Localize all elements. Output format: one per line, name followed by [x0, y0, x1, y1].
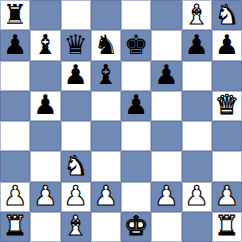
piece-black-pawn[interactable]: ♟	[124, 91, 148, 118]
piece-white-bishop[interactable]: ♝	[185, 1, 209, 28]
square-d1[interactable]	[91, 212, 121, 242]
square-h5[interactable]: ♛	[212, 91, 242, 121]
square-f4[interactable]	[151, 121, 181, 151]
square-b4[interactable]	[30, 121, 60, 151]
square-f2[interactable]: ♟	[151, 182, 181, 212]
square-a8[interactable]: ♜	[0, 0, 30, 30]
piece-black-pawn[interactable]: ♟	[154, 61, 178, 88]
square-b7[interactable]: ♝	[30, 30, 60, 60]
piece-black-queen[interactable]: ♛	[64, 31, 88, 58]
square-h1[interactable]: ♜	[212, 212, 242, 242]
square-c3[interactable]: ♞	[61, 151, 91, 181]
square-e8[interactable]	[121, 0, 151, 30]
piece-white-pawn[interactable]: ♟	[33, 182, 57, 209]
piece-black-pawn[interactable]: ♟	[3, 31, 27, 58]
square-e4[interactable]	[121, 121, 151, 151]
square-h8[interactable]: ♞	[212, 0, 242, 30]
square-f3[interactable]	[151, 151, 181, 181]
square-a6[interactable]	[0, 61, 30, 91]
square-g5[interactable]	[182, 91, 212, 121]
piece-white-pawn[interactable]: ♟	[154, 182, 178, 209]
piece-black-pawn[interactable]: ♟	[215, 31, 239, 58]
piece-black-knight[interactable]: ♞	[94, 31, 118, 58]
square-b1[interactable]	[30, 212, 60, 242]
piece-white-pawn[interactable]: ♟	[3, 182, 27, 209]
piece-white-bishop[interactable]: ♝	[64, 212, 88, 239]
square-d3[interactable]	[91, 151, 121, 181]
square-c7[interactable]: ♛	[61, 30, 91, 60]
square-c1[interactable]: ♝	[61, 212, 91, 242]
piece-black-pawn[interactable]: ♟	[185, 31, 209, 58]
square-g8[interactable]: ♝	[182, 0, 212, 30]
chess-board: ♜♝♞♟♝♛♞♚♟♟♟♝♟♟♟♛♞♟♟♟♟♟♟♟♜♝♚♜	[0, 0, 242, 242]
square-b2[interactable]: ♟	[30, 182, 60, 212]
square-g3[interactable]	[182, 151, 212, 181]
square-d2[interactable]: ♟	[91, 182, 121, 212]
square-a7[interactable]: ♟	[0, 30, 30, 60]
square-g7[interactable]: ♟	[182, 30, 212, 60]
square-b8[interactable]	[30, 0, 60, 30]
square-c5[interactable]	[61, 91, 91, 121]
square-f6[interactable]: ♟	[151, 61, 181, 91]
square-a5[interactable]	[0, 91, 30, 121]
square-e2[interactable]	[121, 182, 151, 212]
piece-white-pawn[interactable]: ♟	[64, 182, 88, 209]
piece-white-rook[interactable]: ♜	[3, 212, 27, 239]
square-a1[interactable]: ♜	[0, 212, 30, 242]
square-b5[interactable]: ♟	[30, 91, 60, 121]
piece-white-knight[interactable]: ♞	[64, 152, 88, 179]
square-f7[interactable]	[151, 30, 181, 60]
square-f8[interactable]	[151, 0, 181, 30]
square-e6[interactable]	[121, 61, 151, 91]
piece-black-bishop[interactable]: ♝	[33, 31, 57, 58]
square-a3[interactable]	[0, 151, 30, 181]
piece-white-pawn[interactable]: ♟	[215, 182, 239, 209]
piece-white-knight[interactable]: ♞	[215, 1, 239, 28]
piece-white-king[interactable]: ♚	[124, 212, 148, 239]
square-g1[interactable]	[182, 212, 212, 242]
square-d5[interactable]	[91, 91, 121, 121]
square-h7[interactable]: ♟	[212, 30, 242, 60]
square-h2[interactable]: ♟	[212, 182, 242, 212]
square-d7[interactable]: ♞	[91, 30, 121, 60]
piece-black-bishop[interactable]: ♝	[94, 61, 118, 88]
square-f1[interactable]	[151, 212, 181, 242]
square-g6[interactable]	[182, 61, 212, 91]
piece-black-rook[interactable]: ♜	[3, 1, 27, 28]
square-b6[interactable]	[30, 61, 60, 91]
piece-white-pawn[interactable]: ♟	[185, 182, 209, 209]
square-c6[interactable]: ♟	[61, 61, 91, 91]
square-h6[interactable]	[212, 61, 242, 91]
square-d6[interactable]: ♝	[91, 61, 121, 91]
square-e7[interactable]: ♚	[121, 30, 151, 60]
square-d4[interactable]	[91, 121, 121, 151]
square-h3[interactable]	[212, 151, 242, 181]
square-e1[interactable]: ♚	[121, 212, 151, 242]
square-e5[interactable]: ♟	[121, 91, 151, 121]
square-c8[interactable]	[61, 0, 91, 30]
piece-black-pawn[interactable]: ♟	[64, 61, 88, 88]
square-a2[interactable]: ♟	[0, 182, 30, 212]
piece-black-pawn[interactable]: ♟	[33, 91, 57, 118]
square-c2[interactable]: ♟	[61, 182, 91, 212]
square-f5[interactable]	[151, 91, 181, 121]
square-e3[interactable]	[121, 151, 151, 181]
square-h4[interactable]	[212, 121, 242, 151]
square-d8[interactable]	[91, 0, 121, 30]
piece-black-king[interactable]: ♚	[124, 31, 148, 58]
piece-white-rook[interactable]: ♜	[215, 212, 239, 239]
square-g4[interactable]	[182, 121, 212, 151]
piece-white-pawn[interactable]: ♟	[94, 182, 118, 209]
square-a4[interactable]	[0, 121, 30, 151]
square-g2[interactable]: ♟	[182, 182, 212, 212]
piece-white-queen[interactable]: ♛	[215, 91, 239, 118]
square-b3[interactable]	[30, 151, 60, 181]
square-c4[interactable]	[61, 121, 91, 151]
